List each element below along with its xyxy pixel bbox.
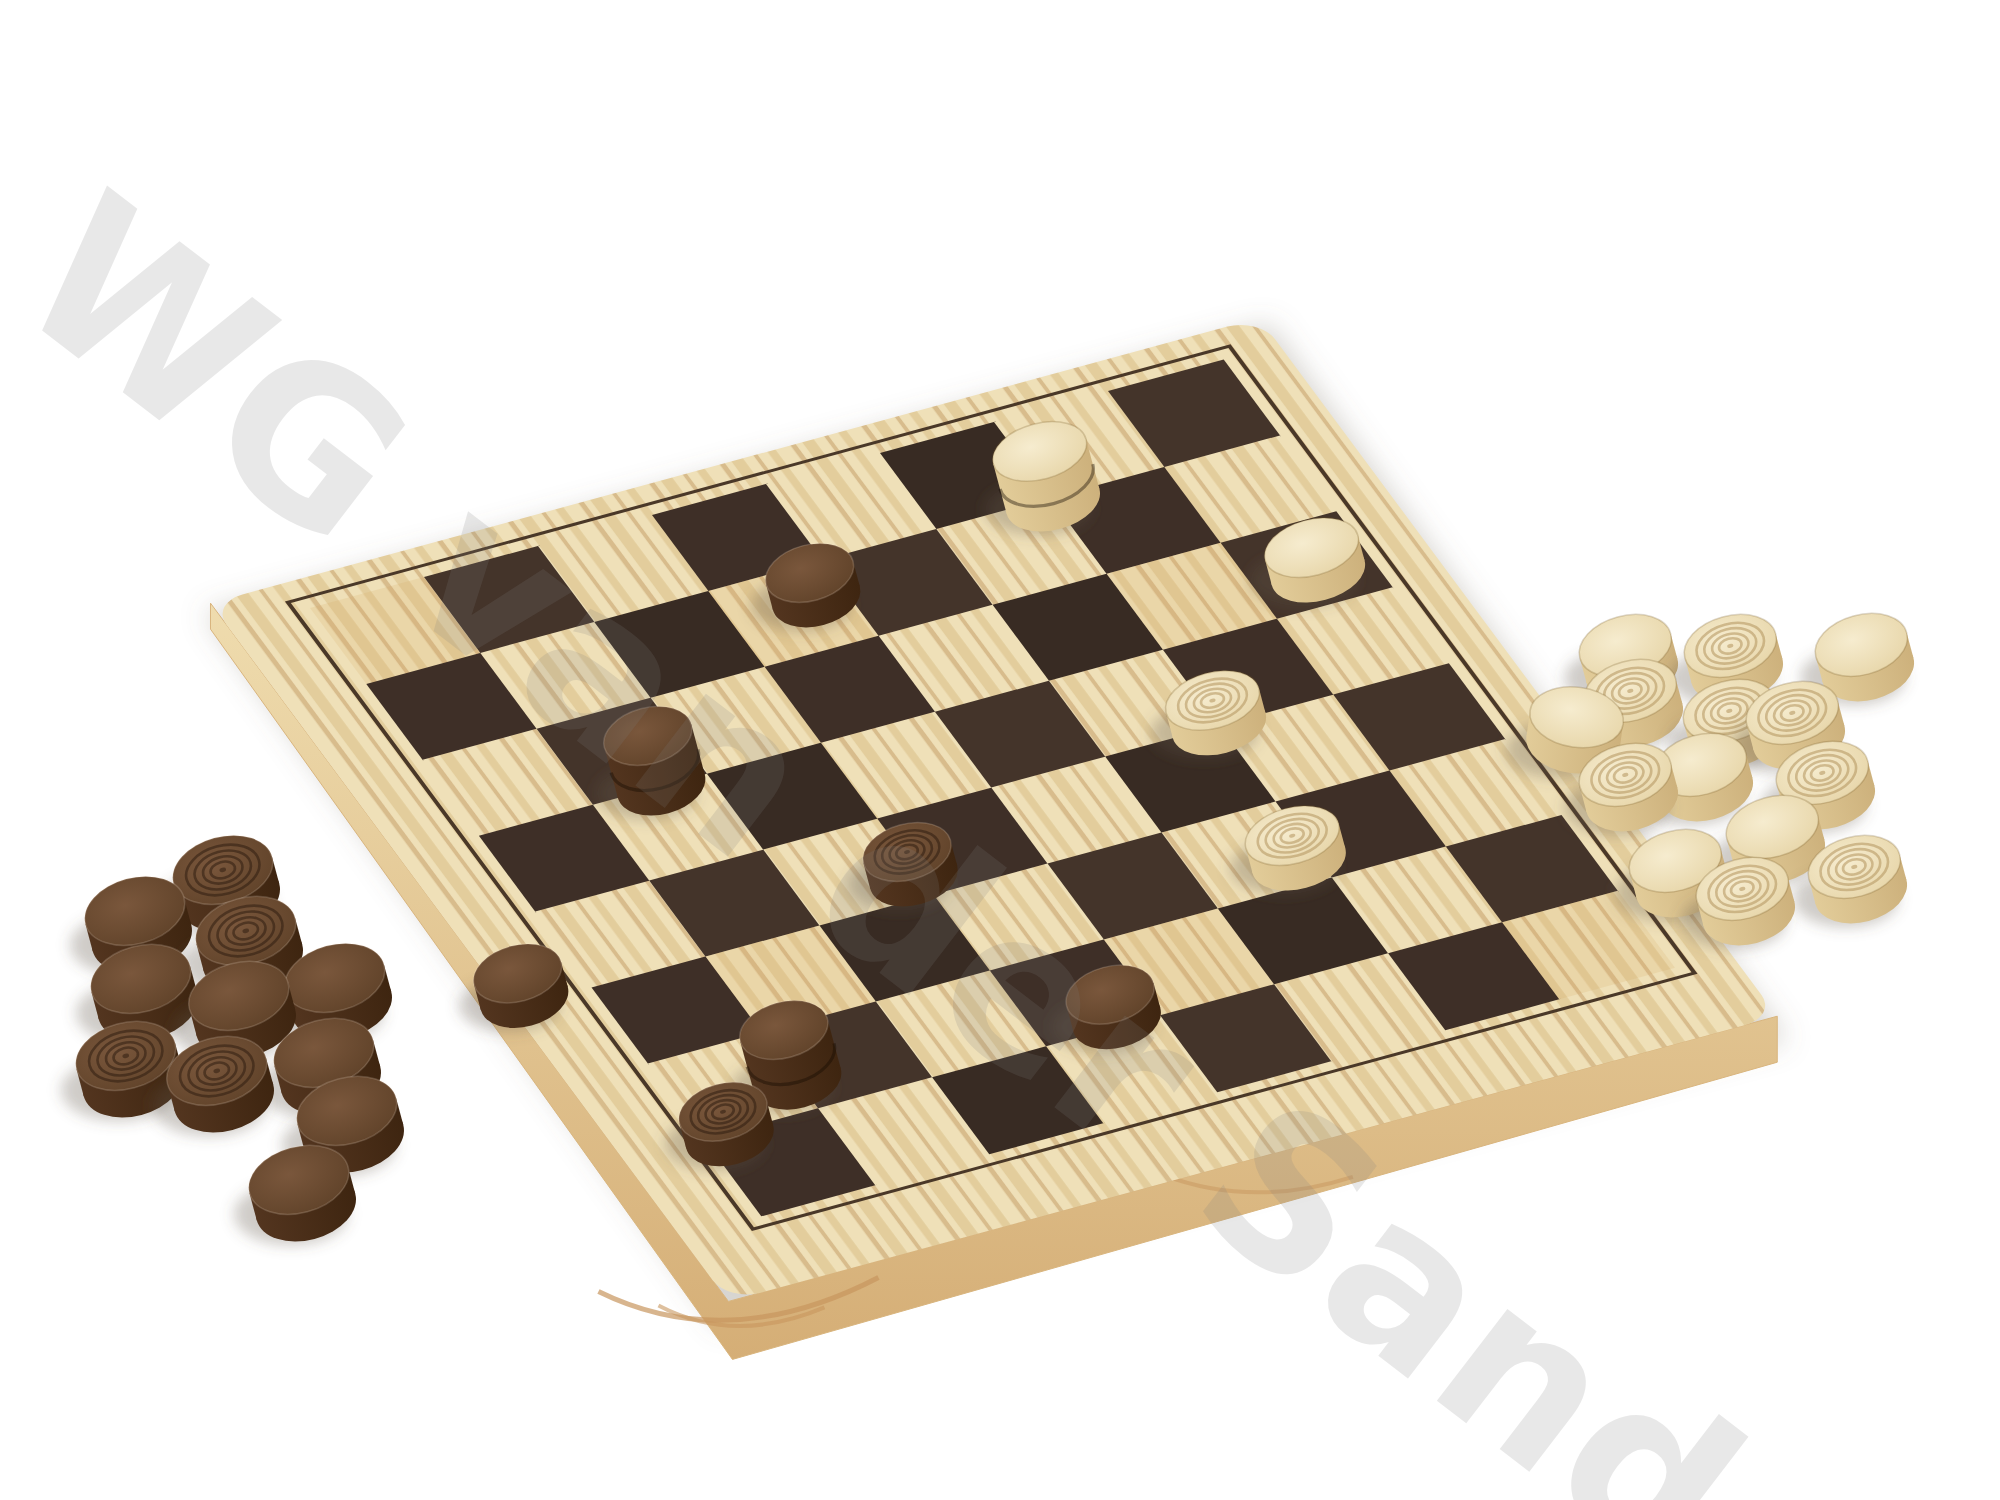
product-photo-scene: WG van der Sanden	[0, 0, 2000, 1500]
checkers-board-photo	[0, 0, 2000, 1500]
